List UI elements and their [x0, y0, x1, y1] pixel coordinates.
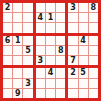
cell-r7c6[interactable]: [56, 68, 65, 77]
cell-r8c3[interactable]: 3: [23, 79, 32, 88]
cell-r2c6[interactable]: [56, 13, 65, 22]
box-4: 615: [3, 36, 33, 66]
cell-r3c2[interactable]: [13, 23, 22, 32]
cell-r2c7[interactable]: [68, 13, 77, 22]
cell-r6c2[interactable]: [13, 56, 22, 65]
cell-r4c3[interactable]: [23, 36, 32, 45]
cell-r6c7[interactable]: 7: [68, 56, 77, 65]
cell-r9c1[interactable]: [3, 89, 12, 98]
cell-r7c1[interactable]: [3, 68, 12, 77]
cell-r6c8[interactable]: [79, 56, 88, 65]
cell-r2c8[interactable]: [79, 13, 88, 22]
cell-r8c7[interactable]: [68, 79, 77, 88]
cell-r8c8[interactable]: [79, 79, 88, 88]
cell-r4c9[interactable]: [89, 36, 98, 45]
cell-r8c9[interactable]: [89, 79, 98, 88]
cell-r1c2[interactable]: [13, 3, 22, 12]
cell-r2c9[interactable]: [89, 13, 98, 22]
cell-r9c8[interactable]: [79, 89, 88, 98]
cell-r7c8[interactable]: 5: [79, 68, 88, 77]
cell-r1c1[interactable]: 2: [3, 3, 12, 12]
cell-r6c5[interactable]: [46, 56, 55, 65]
cell-r8c2[interactable]: [13, 79, 22, 88]
cell-r5c4[interactable]: [36, 46, 45, 55]
cell-r3c3[interactable]: [23, 23, 32, 32]
cell-r4c5[interactable]: [46, 36, 55, 45]
cell-r1c8[interactable]: [79, 3, 88, 12]
cell-r9c9[interactable]: [89, 89, 98, 98]
cell-r2c1[interactable]: [3, 13, 12, 22]
box-9: 25: [68, 68, 98, 98]
cell-r8c1[interactable]: [3, 79, 12, 88]
cell-r3c5[interactable]: [46, 23, 55, 32]
cell-r7c9[interactable]: [89, 68, 98, 77]
cell-r9c5[interactable]: [46, 89, 55, 98]
cell-r5c8[interactable]: [79, 46, 88, 55]
cell-r9c3[interactable]: [23, 89, 32, 98]
cell-r8c5[interactable]: [46, 79, 55, 88]
cell-r3c7[interactable]: [68, 23, 77, 32]
cell-r6c9[interactable]: [89, 56, 98, 65]
box-3: 38: [68, 3, 98, 33]
cell-r4c1[interactable]: 6: [3, 36, 12, 45]
cell-r1c4[interactable]: [36, 3, 45, 12]
cell-r2c5[interactable]: 1: [46, 13, 55, 22]
cell-r9c6[interactable]: [56, 89, 65, 98]
cell-r2c3[interactable]: [23, 13, 32, 22]
cell-r9c7[interactable]: [68, 89, 77, 98]
box-1: 2: [3, 3, 33, 33]
cell-r7c3[interactable]: [23, 68, 32, 77]
cell-r2c2[interactable]: [13, 13, 22, 22]
cell-r8c4[interactable]: [36, 79, 45, 88]
cell-r5c6[interactable]: 8: [56, 46, 65, 55]
cell-r6c4[interactable]: 3: [36, 56, 45, 65]
box-8: 4: [36, 68, 66, 98]
cell-r5c2[interactable]: [13, 46, 22, 55]
cell-r6c3[interactable]: [23, 56, 32, 65]
cell-r3c8[interactable]: [79, 23, 88, 32]
cell-r1c3[interactable]: [23, 3, 32, 12]
box-2: 41: [36, 3, 66, 33]
cell-r5c5[interactable]: [46, 46, 55, 55]
cell-r1c9[interactable]: 8: [89, 3, 98, 12]
cell-r7c5[interactable]: 4: [46, 68, 55, 77]
cell-r4c4[interactable]: [36, 36, 45, 45]
box-6: 47: [68, 36, 98, 66]
cell-r4c8[interactable]: 4: [79, 36, 88, 45]
cell-r1c6[interactable]: [56, 3, 65, 12]
cell-r4c7[interactable]: [68, 36, 77, 45]
cell-r3c1[interactable]: [3, 23, 12, 32]
cell-r5c3[interactable]: 5: [23, 46, 32, 55]
box-7: 39: [3, 68, 33, 98]
sudoku-board: 24138615834739425: [0, 0, 101, 101]
cell-r6c1[interactable]: [3, 56, 12, 65]
cell-r8c6[interactable]: [56, 79, 65, 88]
cell-r4c6[interactable]: [56, 36, 65, 45]
cell-r6c6[interactable]: [56, 56, 65, 65]
cell-r7c2[interactable]: [13, 68, 22, 77]
cell-r4c2[interactable]: 1: [13, 36, 22, 45]
cell-r9c4[interactable]: [36, 89, 45, 98]
cell-r1c7[interactable]: 3: [68, 3, 77, 12]
cell-r1c5[interactable]: [46, 3, 55, 12]
cell-r2c4[interactable]: 4: [36, 13, 45, 22]
cell-r7c7[interactable]: 2: [68, 68, 77, 77]
cell-r5c9[interactable]: [89, 46, 98, 55]
cell-r3c4[interactable]: [36, 23, 45, 32]
cell-r3c6[interactable]: [56, 23, 65, 32]
cell-r5c1[interactable]: [3, 46, 12, 55]
cell-r5c7[interactable]: [68, 46, 77, 55]
cell-r3c9[interactable]: [89, 23, 98, 32]
cell-r7c4[interactable]: [36, 68, 45, 77]
box-5: 83: [36, 36, 66, 66]
cell-r9c2[interactable]: 9: [13, 89, 22, 98]
